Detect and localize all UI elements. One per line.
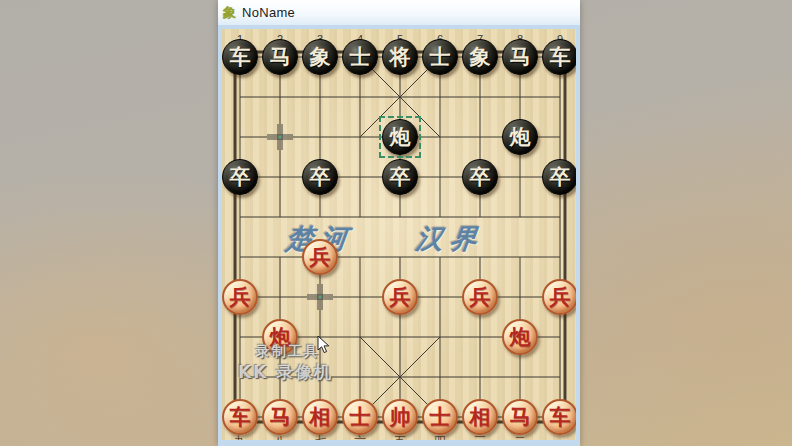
selection-box	[379, 116, 421, 158]
piece-char: 士	[350, 407, 371, 428]
piece-char: 兵	[550, 287, 571, 308]
piece-char: 卒	[550, 167, 571, 188]
piece-char: 卒	[230, 167, 251, 188]
piece-char: 帅	[390, 407, 411, 428]
piece-char: 兵	[470, 287, 491, 308]
piece-red-兵[interactable]: 兵	[302, 239, 338, 275]
piece-char: 马	[270, 407, 291, 428]
piece-char: 马	[270, 47, 291, 68]
piece-red-马[interactable]: 马	[262, 399, 298, 435]
piece-char: 兵	[310, 247, 331, 268]
piece-black-士[interactable]: 士	[342, 39, 378, 75]
piece-black-卒[interactable]: 卒	[542, 159, 576, 195]
piece-red-相[interactable]: 相	[302, 399, 338, 435]
last-move-origin-marker	[267, 124, 293, 150]
piece-black-卒[interactable]: 卒	[462, 159, 498, 195]
last-move-origin-marker	[307, 284, 333, 310]
screen-background: 象 NoName 楚河 汉界 123456789九八七六五四三二一 车马象士将士…	[0, 0, 792, 446]
piece-char: 车	[550, 407, 571, 428]
piece-char: 炮	[510, 127, 531, 148]
piece-black-车[interactable]: 车	[222, 39, 258, 75]
piece-char: 相	[310, 407, 331, 428]
piece-char: 车	[230, 47, 251, 68]
piece-char: 象	[310, 47, 331, 68]
piece-red-车[interactable]: 车	[542, 399, 576, 435]
piece-red-兵[interactable]: 兵	[222, 279, 258, 315]
xiangqi-app-window: 象 NoName 楚河 汉界 123456789九八七六五四三二一 车马象士将士…	[218, 0, 580, 446]
piece-black-炮[interactable]: 炮	[502, 119, 538, 155]
piece-black-炮[interactable]: 炮	[382, 119, 418, 155]
piece-black-象[interactable]: 象	[302, 39, 338, 75]
xiangqi-board[interactable]: 楚河 汉界 123456789九八七六五四三二一 车马象士将士象马车炮炮卒卒卒卒…	[222, 29, 576, 440]
window-title: NoName	[242, 5, 295, 20]
piece-char: 将	[390, 47, 411, 68]
piece-red-士[interactable]: 士	[422, 399, 458, 435]
piece-red-兵[interactable]: 兵	[382, 279, 418, 315]
piece-black-卒[interactable]: 卒	[382, 159, 418, 195]
piece-red-马[interactable]: 马	[502, 399, 538, 435]
piece-char: 兵	[230, 287, 251, 308]
piece-red-兵[interactable]: 兵	[462, 279, 498, 315]
river-label-han-jie: 汉界	[414, 221, 486, 257]
piece-red-车[interactable]: 车	[222, 399, 258, 435]
piece-char: 象	[470, 47, 491, 68]
piece-black-车[interactable]: 车	[542, 39, 576, 75]
window-titlebar[interactable]: 象 NoName	[218, 0, 580, 25]
piece-black-象[interactable]: 象	[462, 39, 498, 75]
piece-char: 车	[550, 47, 571, 68]
piece-red-帅[interactable]: 帅	[382, 399, 418, 435]
piece-black-士[interactable]: 士	[422, 39, 458, 75]
app-icon: 象	[223, 5, 236, 20]
piece-red-炮[interactable]: 炮	[502, 319, 538, 355]
piece-char: 卒	[390, 167, 411, 188]
piece-black-将[interactable]: 将	[382, 39, 418, 75]
piece-char: 相	[470, 407, 491, 428]
piece-char: 士	[430, 407, 451, 428]
piece-char: 士	[430, 47, 451, 68]
piece-char: 卒	[470, 167, 491, 188]
mouse-cursor	[317, 335, 331, 355]
piece-black-马[interactable]: 马	[502, 39, 538, 75]
piece-black-卒[interactable]: 卒	[222, 159, 258, 195]
piece-char: 兵	[390, 287, 411, 308]
piece-red-相[interactable]: 相	[462, 399, 498, 435]
piece-char: 士	[350, 47, 371, 68]
watermark-line1: 录制工具	[256, 343, 320, 361]
piece-black-马[interactable]: 马	[262, 39, 298, 75]
piece-black-卒[interactable]: 卒	[302, 159, 338, 195]
piece-char: 炮	[510, 327, 531, 348]
piece-red-兵[interactable]: 兵	[542, 279, 576, 315]
piece-char: 马	[510, 47, 531, 68]
piece-char: 车	[230, 407, 251, 428]
piece-red-士[interactable]: 士	[342, 399, 378, 435]
watermark-line2: KK 录像机	[238, 361, 333, 384]
piece-char: 卒	[310, 167, 331, 188]
piece-char: 马	[510, 407, 531, 428]
